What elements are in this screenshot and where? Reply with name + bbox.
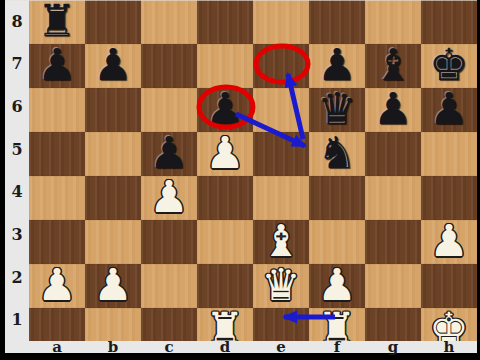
- square-b8[interactable]: [85, 0, 141, 44]
- white-pawn-h3: ♟: [429, 219, 468, 263]
- square-a5[interactable]: [29, 132, 85, 176]
- rank-label-7: 7: [5, 43, 29, 86]
- square-f6[interactable]: ♛: [309, 88, 365, 132]
- rank-label-5: 5: [5, 128, 29, 171]
- square-e3[interactable]: ♝: [253, 220, 309, 264]
- square-f5[interactable]: ♞: [309, 132, 365, 176]
- file-labels: abcdefgh: [29, 341, 477, 353]
- square-g8[interactable]: [365, 0, 421, 44]
- square-d4[interactable]: [197, 176, 253, 220]
- file-label-f: f: [309, 341, 365, 353]
- black-queen-f6: ♛: [317, 87, 356, 131]
- square-c3[interactable]: [141, 220, 197, 264]
- black-pawn-h6: ♟: [429, 87, 468, 131]
- white-pawn-f2: ♟: [317, 263, 356, 307]
- square-g2[interactable]: [365, 264, 421, 308]
- square-d7[interactable]: [197, 44, 253, 88]
- square-h7[interactable]: ♚: [421, 44, 477, 88]
- rank-label-1: 1: [5, 298, 29, 341]
- file-label-c: c: [141, 341, 197, 353]
- square-f2[interactable]: ♟: [309, 264, 365, 308]
- black-pawn-d6: ♟: [205, 87, 244, 131]
- white-queen-e2: ♛: [261, 263, 300, 307]
- chess-board: ♜♟♟♟♝♚♟♛♟♟♟♟♞♟♝♟♟♟♛♟♜♜♚: [29, 0, 477, 341]
- square-e6[interactable]: [253, 88, 309, 132]
- rank-label-2: 2: [5, 256, 29, 299]
- square-c5[interactable]: ♟: [141, 132, 197, 176]
- video-frame: 87654321 ♜♟♟♟♝♚♟♛♟♟♟♟♞♟♝♟♟♟♛♟♜♜♚ abcdefg…: [0, 0, 480, 360]
- rank-labels: 87654321: [5, 0, 29, 341]
- square-d3[interactable]: [197, 220, 253, 264]
- square-e4[interactable]: [253, 176, 309, 220]
- black-bishop-g7: ♝: [373, 43, 412, 87]
- board-top-edge: [5, 0, 477, 1]
- black-pawn-a7: ♟: [37, 43, 76, 87]
- square-e8[interactable]: [253, 0, 309, 44]
- file-label-h: h: [421, 341, 477, 353]
- square-a7[interactable]: ♟: [29, 44, 85, 88]
- square-h3[interactable]: ♟: [421, 220, 477, 264]
- black-king-h7: ♚: [429, 43, 468, 87]
- white-pawn-d5: ♟: [205, 131, 244, 175]
- square-a4[interactable]: [29, 176, 85, 220]
- square-c7[interactable]: [141, 44, 197, 88]
- white-bishop-e3: ♝: [261, 219, 300, 263]
- square-b7[interactable]: ♟: [85, 44, 141, 88]
- file-label-b: b: [85, 341, 141, 353]
- square-f4[interactable]: [309, 176, 365, 220]
- square-d5[interactable]: ♟: [197, 132, 253, 176]
- square-g7[interactable]: ♝: [365, 44, 421, 88]
- rank-label-6: 6: [5, 85, 29, 128]
- square-h8[interactable]: [421, 0, 477, 44]
- black-knight-f5: ♞: [317, 131, 356, 175]
- square-d2[interactable]: [197, 264, 253, 308]
- square-c8[interactable]: [141, 0, 197, 44]
- white-pawn-c4: ♟: [149, 175, 188, 219]
- square-b2[interactable]: ♟: [85, 264, 141, 308]
- square-g5[interactable]: [365, 132, 421, 176]
- square-d8[interactable]: [197, 0, 253, 44]
- square-e7[interactable]: [253, 44, 309, 88]
- rank-label-8: 8: [5, 0, 29, 43]
- file-label-e: e: [253, 341, 309, 353]
- square-e5[interactable]: [253, 132, 309, 176]
- square-b4[interactable]: [85, 176, 141, 220]
- square-b6[interactable]: [85, 88, 141, 132]
- white-pawn-b2: ♟: [93, 263, 132, 307]
- square-a8[interactable]: ♜: [29, 0, 85, 44]
- square-c2[interactable]: [141, 264, 197, 308]
- black-pawn-g6: ♟: [373, 87, 412, 131]
- square-g6[interactable]: ♟: [365, 88, 421, 132]
- square-a3[interactable]: [29, 220, 85, 264]
- square-b3[interactable]: [85, 220, 141, 264]
- black-pawn-f7: ♟: [317, 43, 356, 87]
- square-a2[interactable]: ♟: [29, 264, 85, 308]
- black-pawn-c5: ♟: [149, 131, 188, 175]
- square-h6[interactable]: ♟: [421, 88, 477, 132]
- black-pawn-b7: ♟: [93, 43, 132, 87]
- square-f7[interactable]: ♟: [309, 44, 365, 88]
- square-c4[interactable]: ♟: [141, 176, 197, 220]
- square-d6[interactable]: ♟: [197, 88, 253, 132]
- square-h4[interactable]: [421, 176, 477, 220]
- square-b5[interactable]: [85, 132, 141, 176]
- square-e2[interactable]: ♛: [253, 264, 309, 308]
- black-rook-a8: ♜: [37, 0, 76, 43]
- square-a6[interactable]: [29, 88, 85, 132]
- square-h5[interactable]: [421, 132, 477, 176]
- rank-label-4: 4: [5, 171, 29, 214]
- square-f8[interactable]: [309, 0, 365, 44]
- square-g4[interactable]: [365, 176, 421, 220]
- white-pawn-a2: ♟: [37, 263, 76, 307]
- file-label-d: d: [197, 341, 253, 353]
- rank-label-3: 3: [5, 213, 29, 256]
- file-label-a: a: [29, 341, 85, 353]
- square-f3[interactable]: [309, 220, 365, 264]
- file-label-g: g: [365, 341, 421, 353]
- label-corner: [5, 341, 29, 353]
- square-c6[interactable]: [141, 88, 197, 132]
- square-h2[interactable]: [421, 264, 477, 308]
- square-g3[interactable]: [365, 220, 421, 264]
